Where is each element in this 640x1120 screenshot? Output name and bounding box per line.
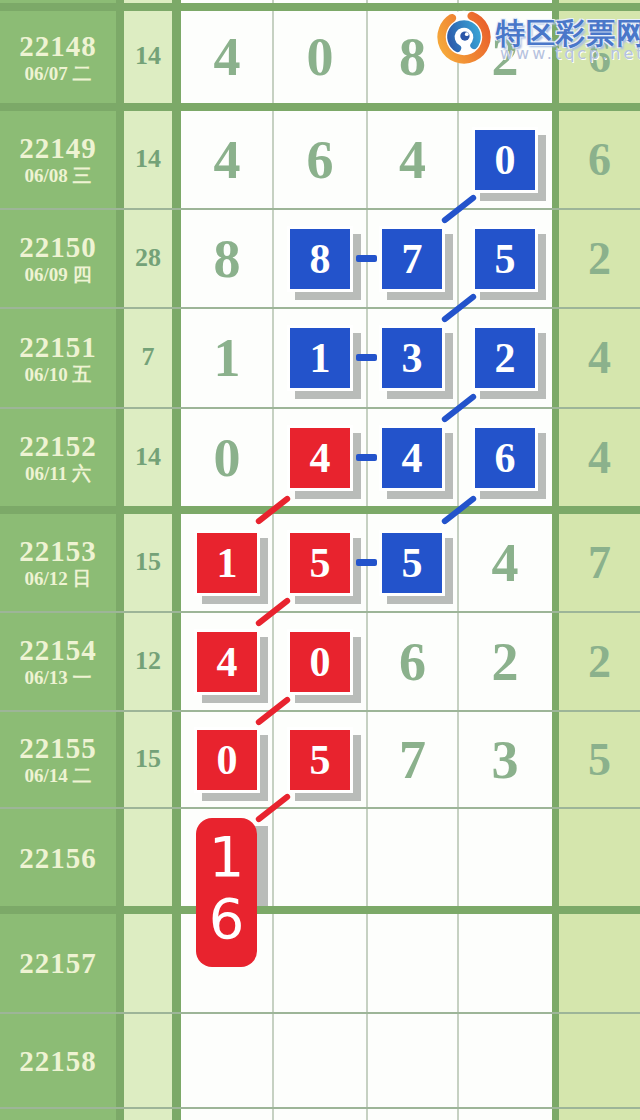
draw-date: 06/11 六	[25, 464, 91, 484]
issue-number: 22155	[19, 733, 97, 763]
digit-cell: 2	[458, 629, 552, 695]
digit-cell: 4	[367, 127, 458, 193]
sum-value: 15	[124, 547, 172, 577]
digit-box-red: 4	[194, 629, 260, 695]
right-column-digit: 6	[559, 130, 640, 190]
column-border-3	[552, 0, 559, 1120]
site-logo[interactable]: 特区彩票网 www.tqcp.net	[432, 6, 640, 64]
row-separator	[0, 307, 640, 309]
swirl-logo-icon	[436, 9, 492, 65]
dash-connector	[356, 354, 377, 361]
draw-date: 06/14 二	[24, 766, 91, 786]
draw-date: 06/07 二	[24, 64, 91, 84]
row-separator	[0, 506, 640, 514]
issue-number: 22157	[19, 948, 97, 978]
issue-cell-22154: 2215406/13 一	[0, 613, 116, 710]
digit-cell: 1	[181, 325, 273, 391]
dash-connector	[356, 559, 377, 566]
row-separator	[0, 611, 640, 613]
digit-box-blue: 1	[287, 325, 353, 391]
digit-box-blue: 7	[379, 226, 445, 292]
digit-box-blue: 6	[472, 425, 538, 491]
digit-box-blue: 5	[379, 530, 445, 596]
right-column-digit: 4	[559, 428, 640, 488]
column-border-2	[172, 0, 181, 1120]
issue-cell-22152: 2215206/11 六	[0, 409, 116, 506]
issue-number: 22148	[19, 31, 97, 61]
digit-box-red: 4	[287, 425, 353, 491]
draw-date: 06/10 五	[24, 365, 91, 385]
draw-date: 06/08 三	[24, 166, 91, 186]
draw-date: 06/09 四	[24, 265, 91, 285]
issue-cell-22156: 22156	[0, 809, 116, 906]
right-column-digit: 2	[559, 229, 640, 289]
digit-box-red: 5	[287, 530, 353, 596]
digit-box-blue: 3	[379, 325, 445, 391]
digit-box-red: 0	[194, 727, 260, 793]
row-separator	[0, 1107, 640, 1109]
digit-box-blue: 5	[472, 226, 538, 292]
draw-date: 06/13 一	[24, 668, 91, 688]
row-separator	[0, 103, 640, 111]
draw-date: 06/12 日	[24, 569, 91, 589]
issue-cell-22149: 2214906/08 三	[0, 111, 116, 208]
issue-cell-22155: 2215506/14 二	[0, 712, 116, 807]
digit-box-red: 5	[287, 727, 353, 793]
sum-value: 28	[124, 243, 172, 273]
sum-value: 15	[124, 744, 172, 774]
row-separator	[0, 208, 640, 210]
right-column-digit: 7	[559, 533, 640, 593]
issue-number: 22156	[19, 843, 97, 873]
sum-value: 12	[124, 646, 172, 676]
row-separator	[0, 807, 640, 809]
sum-value: 14	[124, 442, 172, 472]
digit-cell: 8	[181, 226, 273, 292]
column-border-1	[116, 0, 124, 1120]
issue-cell-22157: 22157	[0, 914, 116, 1012]
right-column-digit: 5	[559, 730, 640, 790]
issue-cell-22150: 2215006/09 四	[0, 210, 116, 307]
issue-number: 22151	[19, 332, 97, 362]
lottery-trend-chart: 2214806/07 二14408262214906/08 三144640622…	[0, 0, 640, 1120]
prediction-digit: 1	[209, 826, 245, 888]
issue-cell-22158: 22158	[0, 1014, 116, 1107]
prediction-capsule: 16	[196, 818, 257, 967]
digit-cell: 4	[458, 530, 552, 596]
row-separator	[0, 710, 640, 712]
issue-number: 22149	[19, 133, 97, 163]
row-separator	[0, 906, 640, 914]
issue-number: 22158	[19, 1046, 97, 1076]
digit-cell: 0	[273, 24, 367, 90]
digit-cell: 3	[458, 727, 552, 793]
issue-number: 22152	[19, 431, 97, 461]
digit-box-red: 0	[287, 629, 353, 695]
right-column-digit: 4	[559, 328, 640, 388]
right-column-digit: 2	[559, 632, 640, 692]
dash-connector	[356, 255, 377, 262]
sum-value: 14	[124, 144, 172, 174]
digit-box-blue: 4	[379, 425, 445, 491]
prediction-digit: 6	[209, 888, 245, 950]
issue-number: 22153	[19, 536, 97, 566]
issue-cell-22153: 2215306/12 日	[0, 514, 116, 611]
dash-connector	[356, 454, 377, 461]
row-separator	[0, 1012, 640, 1014]
issue-number: 22150	[19, 232, 97, 262]
digit-box-blue: 2	[472, 325, 538, 391]
row-separator	[0, 407, 640, 409]
issue-number: 22154	[19, 635, 97, 665]
sum-value: 7	[124, 342, 172, 372]
digit-box-blue: 8	[287, 226, 353, 292]
digit-box-blue: 0	[472, 127, 538, 193]
digit-box-red: 1	[194, 530, 260, 596]
issue-cell-22148: 2214806/07 二	[0, 11, 116, 103]
digit-cell: 4	[181, 24, 273, 90]
digit-cell: 6	[367, 629, 458, 695]
digit-cell: 4	[181, 127, 273, 193]
digit-cell: 0	[181, 425, 273, 491]
digit-cell: 7	[367, 727, 458, 793]
sum-value: 14	[124, 41, 172, 71]
issue-cell-22151: 2215106/10 五	[0, 309, 116, 407]
digit-cell: 6	[273, 127, 367, 193]
site-watermark: www.tqcp.net	[500, 44, 640, 63]
